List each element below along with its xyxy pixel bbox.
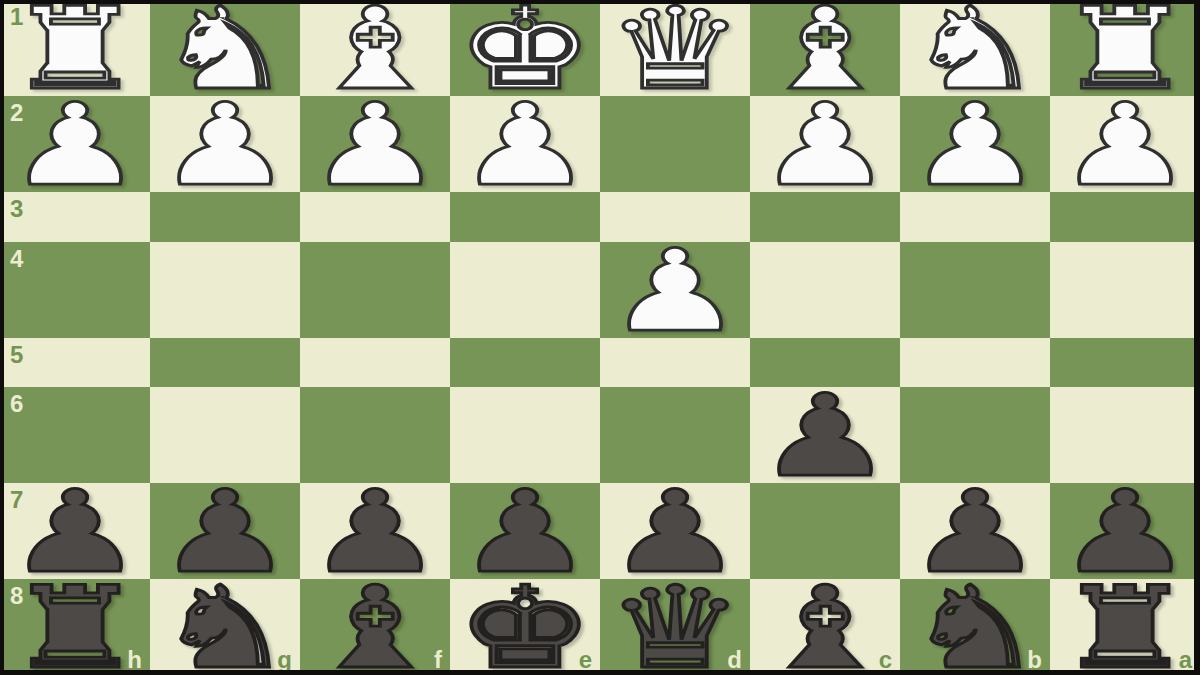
piece-white-pawn[interactable]: ♟ xyxy=(306,89,444,202)
file-label-a: a xyxy=(1179,648,1192,672)
piece-black-knight[interactable]: ♞ xyxy=(156,572,294,675)
file-label-f: f xyxy=(434,648,442,672)
square-c4[interactable] xyxy=(750,242,900,338)
file-label-b: b xyxy=(1027,648,1042,672)
rank-label-4: 4 xyxy=(10,247,23,271)
piece-white-pawn[interactable]: ♟ xyxy=(156,89,294,202)
square-f2[interactable]: ♟ xyxy=(300,96,450,192)
square-c8[interactable]: c♝ xyxy=(750,579,900,675)
file-label-g: g xyxy=(277,648,292,672)
piece-black-knight[interactable]: ♞ xyxy=(906,572,1044,675)
rank-label-6: 6 xyxy=(10,392,23,416)
square-b2[interactable]: ♟ xyxy=(900,96,1050,192)
piece-white-pawn[interactable]: ♟ xyxy=(606,234,744,347)
piece-white-pawn[interactable]: ♟ xyxy=(756,89,894,202)
rank-label-8: 8 xyxy=(10,584,23,608)
piece-black-king[interactable]: ♚ xyxy=(456,572,594,675)
square-c2[interactable]: ♟ xyxy=(750,96,900,192)
chess-app-stage: 1♜♞♝♚♛♝♞♜2♟♟♟♟♟♟♟34♟56♟7♟♟♟♟♟♟♟8h♜g♞f♝e♚… xyxy=(0,0,1200,675)
piece-black-pawn[interactable]: ♟ xyxy=(756,380,894,493)
square-f4[interactable] xyxy=(300,242,450,338)
file-label-h: h xyxy=(127,648,142,672)
square-f5[interactable] xyxy=(300,338,450,388)
square-h8[interactable]: 8h♜ xyxy=(0,579,150,675)
square-a4[interactable] xyxy=(1050,242,1200,338)
square-h2[interactable]: 2♟ xyxy=(0,96,150,192)
square-d8[interactable]: d♛ xyxy=(600,579,750,675)
chess-board: 1♜♞♝♚♛♝♞♜2♟♟♟♟♟♟♟34♟56♟7♟♟♟♟♟♟♟8h♜g♞f♝e♚… xyxy=(0,0,1200,675)
piece-black-bishop[interactable]: ♝ xyxy=(306,572,444,675)
square-a8[interactable]: a♜ xyxy=(1050,579,1200,675)
square-e2[interactable]: ♟ xyxy=(450,96,600,192)
square-b4[interactable] xyxy=(900,242,1050,338)
square-a2[interactable]: ♟ xyxy=(1050,96,1200,192)
rank-label-2: 2 xyxy=(10,101,23,125)
rank-label-3: 3 xyxy=(10,197,23,221)
square-g4[interactable] xyxy=(150,242,300,338)
square-e8[interactable]: e♚ xyxy=(450,579,600,675)
file-label-c: c xyxy=(879,648,892,672)
square-b8[interactable]: b♞ xyxy=(900,579,1050,675)
piece-black-bishop[interactable]: ♝ xyxy=(756,572,894,675)
piece-black-rook[interactable]: ♜ xyxy=(1056,572,1194,675)
rank-label-5: 5 xyxy=(10,343,23,367)
piece-white-queen[interactable]: ♛ xyxy=(606,0,744,106)
piece-black-rook[interactable]: ♜ xyxy=(6,572,144,675)
file-label-d: d xyxy=(727,648,742,672)
square-e5[interactable] xyxy=(450,338,600,388)
square-h4[interactable]: 4 xyxy=(0,242,150,338)
piece-white-pawn[interactable]: ♟ xyxy=(906,89,1044,202)
square-g8[interactable]: g♞ xyxy=(150,579,300,675)
piece-white-pawn[interactable]: ♟ xyxy=(6,89,144,202)
square-a5[interactable] xyxy=(1050,338,1200,388)
piece-black-queen[interactable]: ♛ xyxy=(606,572,744,675)
square-c6[interactable]: ♟ xyxy=(750,387,900,483)
rank-label-1: 1 xyxy=(10,5,23,29)
square-d1[interactable]: ♛ xyxy=(600,0,750,96)
square-e4[interactable] xyxy=(450,242,600,338)
square-d4[interactable]: ♟ xyxy=(600,242,750,338)
square-f8[interactable]: f♝ xyxy=(300,579,450,675)
piece-white-pawn[interactable]: ♟ xyxy=(456,89,594,202)
square-g2[interactable]: ♟ xyxy=(150,96,300,192)
square-b5[interactable] xyxy=(900,338,1050,388)
rank-label-7: 7 xyxy=(10,488,23,512)
square-h5[interactable]: 5 xyxy=(0,338,150,388)
piece-white-pawn[interactable]: ♟ xyxy=(1056,89,1194,202)
file-label-e: e xyxy=(579,648,592,672)
square-g5[interactable] xyxy=(150,338,300,388)
